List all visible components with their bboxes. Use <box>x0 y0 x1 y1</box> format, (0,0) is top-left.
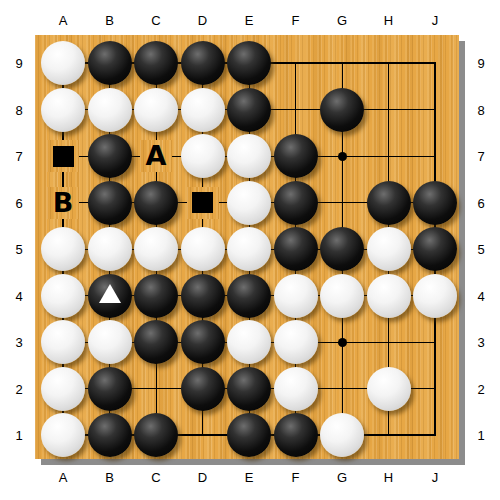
black-stone <box>320 227 364 271</box>
black-stone <box>320 88 364 132</box>
point-label-text: A <box>146 140 167 172</box>
coordinate-right-6: 6 <box>477 195 484 210</box>
black-stone <box>274 181 318 225</box>
black-stone <box>134 181 178 225</box>
coordinate-right-5: 5 <box>477 242 484 257</box>
white-stone <box>227 181 271 225</box>
white-stone <box>320 274 364 318</box>
black-stone <box>134 413 178 457</box>
black-stone <box>181 274 225 318</box>
black-stone <box>88 181 132 225</box>
square-marker-fill <box>192 192 213 213</box>
white-stone <box>134 88 178 132</box>
black-stone <box>88 41 132 85</box>
black-stone <box>181 320 225 364</box>
white-stone <box>227 227 271 271</box>
coordinate-top-E: E <box>245 13 254 28</box>
square-marker <box>187 187 219 219</box>
coordinate-left-2: 2 <box>15 381 22 396</box>
coordinate-right-9: 9 <box>477 56 484 71</box>
black-stone <box>134 41 178 85</box>
black-stone <box>227 274 271 318</box>
coordinate-left-7: 7 <box>15 149 22 164</box>
white-stone <box>413 274 457 318</box>
square-marker-fill <box>53 146 74 167</box>
coordinate-top-C: C <box>151 13 160 28</box>
black-stone <box>227 88 271 132</box>
white-stone <box>88 320 132 364</box>
coordinate-bottom-G: G <box>337 470 347 485</box>
white-stone <box>367 274 411 318</box>
coordinate-right-4: 4 <box>477 288 484 303</box>
page-background: AB AABBCCDDEEFFGGHHJJ998877665544332211 <box>0 0 500 500</box>
black-stone <box>413 181 457 225</box>
coordinate-left-5: 5 <box>15 242 22 257</box>
coordinate-right-7: 7 <box>477 149 484 164</box>
black-stone <box>88 134 132 178</box>
coordinate-bottom-D: D <box>198 470 207 485</box>
black-stone <box>134 320 178 364</box>
black-stone <box>227 367 271 411</box>
white-stone <box>41 367 85 411</box>
white-stone <box>181 88 225 132</box>
coordinate-left-3: 3 <box>15 335 22 350</box>
coordinate-bottom-C: C <box>151 470 160 485</box>
triangle-marker <box>99 284 121 303</box>
coordinate-top-G: G <box>337 13 347 28</box>
point-label-text: B <box>53 187 74 219</box>
coordinate-right-8: 8 <box>477 102 484 117</box>
square-marker <box>47 140 79 172</box>
coordinate-left-6: 6 <box>15 195 22 210</box>
coordinate-left-8: 8 <box>15 102 22 117</box>
coordinate-right-3: 3 <box>477 335 484 350</box>
coordinate-bottom-F: F <box>292 470 300 485</box>
coordinate-top-D: D <box>198 13 207 28</box>
coordinate-bottom-E: E <box>245 470 254 485</box>
black-stone <box>413 227 457 271</box>
black-stone <box>367 181 411 225</box>
white-stone <box>320 413 364 457</box>
black-stone <box>181 367 225 411</box>
black-stone <box>181 41 225 85</box>
white-stone <box>41 320 85 364</box>
white-stone <box>181 227 225 271</box>
white-stone <box>274 320 318 364</box>
coordinate-left-1: 1 <box>15 428 22 443</box>
coordinate-bottom-J: J <box>432 470 439 485</box>
white-stone <box>227 320 271 364</box>
white-stone <box>41 88 85 132</box>
coordinate-right-1: 1 <box>477 428 484 443</box>
black-stone <box>227 41 271 85</box>
coordinate-top-B: B <box>105 13 114 28</box>
coordinate-bottom-A: A <box>59 470 68 485</box>
black-stone <box>88 367 132 411</box>
black-stone <box>274 227 318 271</box>
white-stone <box>41 227 85 271</box>
white-stone <box>41 413 85 457</box>
white-stone <box>88 227 132 271</box>
coordinate-top-A: A <box>59 13 68 28</box>
coordinate-left-4: 4 <box>15 288 22 303</box>
white-stone <box>274 274 318 318</box>
coordinate-top-J: J <box>432 13 439 28</box>
white-stone <box>41 274 85 318</box>
coordinate-top-F: F <box>292 13 300 28</box>
coordinate-right-2: 2 <box>477 381 484 396</box>
white-stone <box>367 367 411 411</box>
black-stone <box>274 413 318 457</box>
white-stone <box>227 134 271 178</box>
black-stone <box>227 413 271 457</box>
white-stone <box>181 134 225 178</box>
coordinate-left-9: 9 <box>15 56 22 71</box>
white-stone <box>367 227 411 271</box>
black-stone <box>88 413 132 457</box>
point-label-A[interactable]: A <box>140 140 172 172</box>
coordinate-top-H: H <box>384 13 393 28</box>
go-board[interactable]: AB <box>35 35 459 459</box>
black-stone <box>274 134 318 178</box>
white-stone <box>88 88 132 132</box>
coordinate-bottom-B: B <box>105 470 114 485</box>
point-label-B[interactable]: B <box>47 187 79 219</box>
white-stone <box>41 41 85 85</box>
star-point <box>338 152 347 161</box>
white-stone <box>274 367 318 411</box>
black-stone <box>134 274 178 318</box>
white-stone <box>134 227 178 271</box>
star-point <box>338 338 347 347</box>
coordinate-bottom-H: H <box>384 470 393 485</box>
